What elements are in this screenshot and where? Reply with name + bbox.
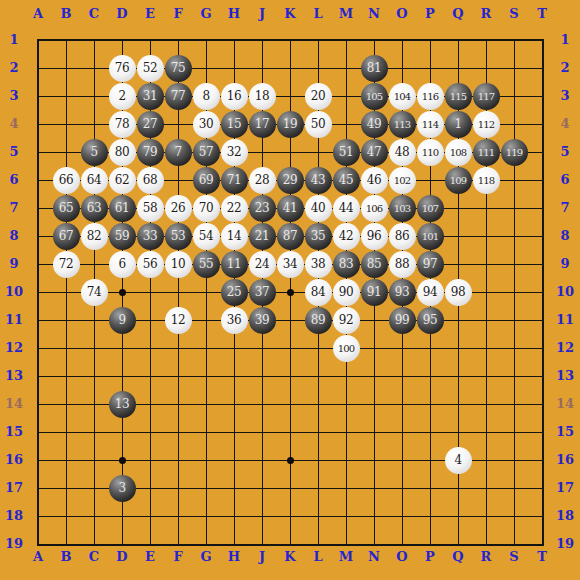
move-number: 104 — [394, 91, 411, 102]
white-stone-14[interactable]: 14 — [221, 223, 248, 250]
white-stone-100[interactable]: 100 — [333, 335, 360, 362]
white-stone-28[interactable]: 28 — [249, 167, 276, 194]
black-stone-101[interactable]: 101 — [417, 223, 444, 250]
white-stone-118[interactable]: 118 — [473, 167, 500, 194]
black-stone-69[interactable]: 69 — [193, 167, 220, 194]
black-stone-113[interactable]: 113 — [389, 111, 416, 138]
white-stone-68[interactable]: 68 — [137, 167, 164, 194]
move-number: 19 — [283, 117, 297, 131]
white-stone-116[interactable]: 116 — [417, 83, 444, 110]
move-number: 109 — [450, 175, 467, 186]
col-label-top-L: L — [304, 6, 332, 22]
black-stone-25[interactable]: 25 — [221, 279, 248, 306]
black-stone-9[interactable]: 9 — [109, 307, 136, 334]
move-number: 15 — [227, 117, 241, 131]
move-number: 89 — [311, 313, 325, 327]
row-label-right-19: 19 — [553, 536, 577, 552]
col-label-bottom-C: C — [80, 549, 108, 565]
row-label-right-6: 6 — [553, 172, 577, 188]
white-stone-114[interactable]: 114 — [417, 111, 444, 138]
row-label-left-13: 13 — [2, 368, 26, 384]
black-stone-13[interactable]: 13 — [109, 391, 136, 418]
white-stone-106[interactable]: 106 — [361, 195, 388, 222]
col-label-bottom-S: S — [500, 549, 528, 565]
black-stone-51[interactable]: 51 — [333, 139, 360, 166]
black-stone-87[interactable]: 87 — [277, 223, 304, 250]
col-label-bottom-T: T — [528, 549, 556, 565]
black-stone-11[interactable]: 11 — [221, 251, 248, 278]
black-stone-63[interactable]: 63 — [81, 195, 108, 222]
col-label-bottom-O: O — [388, 549, 416, 565]
black-stone-117[interactable]: 117 — [473, 83, 500, 110]
black-stone-37[interactable]: 37 — [249, 279, 276, 306]
white-stone-46[interactable]: 46 — [361, 167, 388, 194]
black-stone-21[interactable]: 21 — [249, 223, 276, 250]
row-label-left-8: 8 — [2, 228, 26, 244]
row-label-right-17: 17 — [553, 480, 577, 496]
white-stone-10[interactable]: 10 — [165, 251, 192, 278]
row-label-right-7: 7 — [553, 200, 577, 216]
move-number: 66 — [59, 173, 73, 187]
white-stone-38[interactable]: 38 — [305, 251, 332, 278]
col-label-top-D: D — [108, 6, 136, 22]
move-number: 74 — [87, 285, 101, 299]
move-number: 110 — [422, 147, 439, 158]
white-stone-84[interactable]: 84 — [305, 279, 332, 306]
white-stone-102[interactable]: 102 — [389, 167, 416, 194]
black-stone-103[interactable]: 103 — [389, 195, 416, 222]
white-stone-56[interactable]: 56 — [137, 251, 164, 278]
move-number: 64 — [87, 173, 101, 187]
row-label-left-18: 18 — [2, 508, 26, 524]
black-stone-109[interactable]: 109 — [445, 167, 472, 194]
move-number: 112 — [478, 119, 495, 130]
black-stone-77[interactable]: 77 — [165, 83, 192, 110]
move-number: 13 — [115, 397, 129, 411]
row-label-left-5: 5 — [2, 144, 26, 160]
row-label-right-5: 5 — [553, 144, 577, 160]
black-stone-91[interactable]: 91 — [361, 279, 388, 306]
black-stone-93[interactable]: 93 — [389, 279, 416, 306]
move-number: 6 — [118, 257, 125, 271]
black-stone-15[interactable]: 15 — [221, 111, 248, 138]
move-number: 116 — [422, 91, 439, 102]
move-number: 27 — [143, 117, 157, 131]
move-number: 68 — [143, 173, 157, 187]
move-number: 49 — [367, 117, 381, 131]
row-label-right-2: 2 — [553, 60, 577, 76]
white-stone-18[interactable]: 18 — [249, 83, 276, 110]
white-stone-54[interactable]: 54 — [193, 223, 220, 250]
col-label-bottom-D: D — [108, 549, 136, 565]
black-stone-75[interactable]: 75 — [165, 55, 192, 82]
move-number: 44 — [339, 201, 353, 215]
black-stone-89[interactable]: 89 — [305, 307, 332, 334]
white-stone-6[interactable]: 6 — [109, 251, 136, 278]
row-label-left-6: 6 — [2, 172, 26, 188]
row-label-left-7: 7 — [2, 200, 26, 216]
row-label-right-15: 15 — [553, 424, 577, 440]
move-number: 22 — [227, 201, 241, 215]
move-number: 111 — [478, 147, 495, 158]
white-stone-94[interactable]: 94 — [417, 279, 444, 306]
move-number: 52 — [143, 61, 157, 75]
move-number: 79 — [143, 145, 157, 159]
move-number: 45 — [339, 173, 353, 187]
row-label-left-10: 10 — [2, 284, 26, 300]
row-label-right-1: 1 — [553, 32, 577, 48]
move-number: 72 — [59, 257, 73, 271]
move-number: 105 — [366, 91, 383, 102]
row-label-left-2: 2 — [2, 60, 26, 76]
move-number: 17 — [255, 117, 269, 131]
move-number: 88 — [395, 257, 409, 271]
move-number: 78 — [115, 117, 129, 131]
move-number: 92 — [339, 313, 353, 327]
white-stone-16[interactable]: 16 — [221, 83, 248, 110]
move-number: 114 — [422, 119, 439, 130]
move-number: 77 — [171, 89, 185, 103]
white-stone-20[interactable]: 20 — [305, 83, 332, 110]
white-stone-58[interactable]: 58 — [137, 195, 164, 222]
move-number: 30 — [199, 117, 213, 131]
row-label-right-3: 3 — [553, 88, 577, 104]
black-stone-31[interactable]: 31 — [137, 83, 164, 110]
col-label-top-M: M — [332, 6, 360, 22]
white-stone-86[interactable]: 86 — [389, 223, 416, 250]
white-stone-76[interactable]: 76 — [109, 55, 136, 82]
move-number: 20 — [311, 89, 325, 103]
black-stone-105[interactable]: 105 — [361, 83, 388, 110]
move-number: 21 — [255, 229, 269, 243]
move-number: 3 — [118, 481, 125, 495]
move-number: 61 — [115, 201, 129, 215]
col-label-bottom-R: R — [472, 549, 500, 565]
move-number: 40 — [311, 201, 325, 215]
white-stone-66[interactable]: 66 — [53, 167, 80, 194]
move-number: 87 — [283, 229, 297, 243]
move-number: 86 — [395, 229, 409, 243]
black-stone-95[interactable]: 95 — [417, 307, 444, 334]
row-label-right-11: 11 — [553, 312, 577, 328]
move-number: 95 — [423, 313, 437, 327]
move-number: 91 — [367, 285, 381, 299]
row-label-right-14: 14 — [553, 396, 577, 412]
white-stone-44[interactable]: 44 — [333, 195, 360, 222]
black-stone-35[interactable]: 35 — [305, 223, 332, 250]
move-number: 63 — [87, 201, 101, 215]
move-number: 38 — [311, 257, 325, 271]
move-number: 75 — [171, 61, 185, 75]
white-stone-2[interactable]: 2 — [109, 83, 136, 110]
white-stone-30[interactable]: 30 — [193, 111, 220, 138]
white-stone-88[interactable]: 88 — [389, 251, 416, 278]
move-number: 28 — [255, 173, 269, 187]
black-stone-97[interactable]: 97 — [417, 251, 444, 278]
col-label-top-E: E — [136, 6, 164, 22]
move-number: 10 — [171, 257, 185, 271]
black-stone-49[interactable]: 49 — [361, 111, 388, 138]
white-stone-12[interactable]: 12 — [165, 307, 192, 334]
move-number: 67 — [59, 229, 73, 243]
row-label-right-16: 16 — [553, 452, 577, 468]
black-stone-29[interactable]: 29 — [277, 167, 304, 194]
white-stone-92[interactable]: 92 — [333, 307, 360, 334]
move-number: 12 — [171, 313, 185, 327]
col-label-bottom-F: F — [164, 549, 192, 565]
move-number: 31 — [143, 89, 157, 103]
black-stone-119[interactable]: 119 — [501, 139, 528, 166]
black-stone-61[interactable]: 61 — [109, 195, 136, 222]
black-stone-99[interactable]: 99 — [389, 307, 416, 334]
white-stone-24[interactable]: 24 — [249, 251, 276, 278]
move-number: 4 — [454, 453, 461, 467]
white-stone-112[interactable]: 112 — [473, 111, 500, 138]
black-stone-39[interactable]: 39 — [249, 307, 276, 334]
move-number: 100 — [338, 343, 355, 354]
black-stone-19[interactable]: 19 — [277, 111, 304, 138]
black-stone-5[interactable]: 5 — [81, 139, 108, 166]
col-label-bottom-G: G — [192, 549, 220, 565]
white-stone-96[interactable]: 96 — [361, 223, 388, 250]
white-stone-4[interactable]: 4 — [445, 447, 472, 474]
move-number: 108 — [450, 147, 467, 158]
row-label-left-16: 16 — [2, 452, 26, 468]
move-number: 65 — [59, 201, 73, 215]
col-label-bottom-B: B — [52, 549, 80, 565]
move-number: 119 — [506, 147, 523, 158]
white-stone-90[interactable]: 90 — [333, 279, 360, 306]
black-stone-107[interactable]: 107 — [417, 195, 444, 222]
col-label-bottom-P: P — [416, 549, 444, 565]
move-number: 115 — [450, 91, 467, 102]
move-number: 36 — [227, 313, 241, 327]
white-stone-62[interactable]: 62 — [109, 167, 136, 194]
move-number: 23 — [255, 201, 269, 215]
white-stone-98[interactable]: 98 — [445, 279, 472, 306]
white-stone-52[interactable]: 52 — [137, 55, 164, 82]
move-number: 24 — [255, 257, 269, 271]
black-stone-23[interactable]: 23 — [249, 195, 276, 222]
white-stone-50[interactable]: 50 — [305, 111, 332, 138]
black-stone-17[interactable]: 17 — [249, 111, 276, 138]
white-stone-104[interactable]: 104 — [389, 83, 416, 110]
move-number: 11 — [227, 257, 241, 271]
col-label-top-O: O — [388, 6, 416, 22]
go-board[interactable]: AABBCCDDEEFFGGHHJJKKLLMMNNOOPPQQRRSSTT11… — [0, 0, 580, 580]
row-label-right-4: 4 — [553, 116, 577, 132]
move-number: 99 — [395, 313, 409, 327]
black-stone-57[interactable]: 57 — [193, 139, 220, 166]
white-stone-34[interactable]: 34 — [277, 251, 304, 278]
col-label-bottom-E: E — [136, 549, 164, 565]
col-label-bottom-K: K — [276, 549, 304, 565]
col-label-top-A: A — [24, 6, 52, 22]
col-label-top-Q: Q — [444, 6, 472, 22]
black-stone-65[interactable]: 65 — [53, 195, 80, 222]
black-stone-27[interactable]: 27 — [137, 111, 164, 138]
white-stone-110[interactable]: 110 — [417, 139, 444, 166]
black-stone-115[interactable]: 115 — [445, 83, 472, 110]
col-label-top-N: N — [360, 6, 388, 22]
move-number: 118 — [478, 175, 495, 186]
move-number: 102 — [394, 175, 411, 186]
black-stone-41[interactable]: 41 — [277, 195, 304, 222]
move-number: 51 — [339, 145, 353, 159]
row-label-right-10: 10 — [553, 284, 577, 300]
move-number: 97 — [423, 257, 437, 271]
move-number: 26 — [171, 201, 185, 215]
white-stone-32[interactable]: 32 — [221, 139, 248, 166]
black-stone-79[interactable]: 79 — [137, 139, 164, 166]
move-number: 5 — [90, 145, 97, 159]
col-label-bottom-L: L — [304, 549, 332, 565]
col-label-top-P: P — [416, 6, 444, 22]
white-stone-78[interactable]: 78 — [109, 111, 136, 138]
white-stone-74[interactable]: 74 — [81, 279, 108, 306]
move-number: 14 — [227, 229, 241, 243]
row-label-left-4: 4 — [2, 116, 26, 132]
white-stone-8[interactable]: 8 — [193, 83, 220, 110]
col-label-top-B: B — [52, 6, 80, 22]
white-stone-26[interactable]: 26 — [165, 195, 192, 222]
move-number: 1 — [454, 117, 461, 131]
move-number: 80 — [115, 145, 129, 159]
move-number: 39 — [255, 313, 269, 327]
row-label-left-3: 3 — [2, 88, 26, 104]
row-label-right-13: 13 — [553, 368, 577, 384]
black-stone-55[interactable]: 55 — [193, 251, 220, 278]
black-stone-111[interactable]: 111 — [473, 139, 500, 166]
row-label-right-8: 8 — [553, 228, 577, 244]
move-number: 98 — [451, 285, 465, 299]
move-number: 50 — [311, 117, 325, 131]
move-number: 42 — [339, 229, 353, 243]
col-label-top-G: G — [192, 6, 220, 22]
move-number: 70 — [199, 201, 213, 215]
black-stone-45[interactable]: 45 — [333, 167, 360, 194]
black-stone-71[interactable]: 71 — [221, 167, 248, 194]
col-label-top-K: K — [276, 6, 304, 22]
col-label-top-S: S — [500, 6, 528, 22]
white-stone-48[interactable]: 48 — [389, 139, 416, 166]
white-stone-80[interactable]: 80 — [109, 139, 136, 166]
row-label-left-19: 19 — [2, 536, 26, 552]
white-stone-72[interactable]: 72 — [53, 251, 80, 278]
move-number: 53 — [171, 229, 185, 243]
move-number: 83 — [339, 257, 353, 271]
move-number: 47 — [367, 145, 381, 159]
col-label-bottom-H: H — [220, 549, 248, 565]
move-number: 103 — [394, 203, 411, 214]
row-label-left-12: 12 — [2, 340, 26, 356]
move-number: 37 — [255, 285, 269, 299]
move-number: 93 — [395, 285, 409, 299]
col-label-top-J: J — [248, 6, 276, 22]
move-number: 9 — [118, 313, 125, 327]
black-stone-3[interactable]: 3 — [109, 475, 136, 502]
col-label-bottom-M: M — [332, 549, 360, 565]
white-stone-40[interactable]: 40 — [305, 195, 332, 222]
black-stone-83[interactable]: 83 — [333, 251, 360, 278]
black-stone-43[interactable]: 43 — [305, 167, 332, 194]
black-stone-81[interactable]: 81 — [361, 55, 388, 82]
move-number: 46 — [367, 173, 381, 187]
row-label-right-18: 18 — [553, 508, 577, 524]
row-label-left-14: 14 — [2, 396, 26, 412]
col-label-top-T: T — [528, 6, 556, 22]
move-number: 81 — [367, 61, 381, 75]
white-stone-22[interactable]: 22 — [221, 195, 248, 222]
black-stone-53[interactable]: 53 — [165, 223, 192, 250]
row-label-right-12: 12 — [553, 340, 577, 356]
move-number: 59 — [115, 229, 129, 243]
move-number: 101 — [422, 231, 439, 242]
black-stone-47[interactable]: 47 — [361, 139, 388, 166]
white-stone-36[interactable]: 36 — [221, 307, 248, 334]
row-label-right-9: 9 — [553, 256, 577, 272]
col-label-bottom-Q: Q — [444, 549, 472, 565]
black-stone-7[interactable]: 7 — [165, 139, 192, 166]
col-label-bottom-J: J — [248, 549, 276, 565]
move-number: 85 — [367, 257, 381, 271]
black-stone-59[interactable]: 59 — [109, 223, 136, 250]
black-stone-33[interactable]: 33 — [137, 223, 164, 250]
white-stone-70[interactable]: 70 — [193, 195, 220, 222]
move-number: 57 — [199, 145, 213, 159]
row-label-left-17: 17 — [2, 480, 26, 496]
white-stone-42[interactable]: 42 — [333, 223, 360, 250]
black-stone-1[interactable]: 1 — [445, 111, 472, 138]
col-label-bottom-A: A — [24, 549, 52, 565]
move-number: 29 — [283, 173, 297, 187]
move-number: 90 — [339, 285, 353, 299]
col-label-top-F: F — [164, 6, 192, 22]
move-number: 76 — [115, 61, 129, 75]
white-stone-64[interactable]: 64 — [81, 167, 108, 194]
black-stone-85[interactable]: 85 — [361, 251, 388, 278]
move-number: 56 — [143, 257, 157, 271]
row-label-left-1: 1 — [2, 32, 26, 48]
move-number: 18 — [255, 89, 269, 103]
move-number: 54 — [199, 229, 213, 243]
move-number: 62 — [115, 173, 129, 187]
move-number: 16 — [227, 89, 241, 103]
move-number: 84 — [311, 285, 325, 299]
move-number: 106 — [366, 203, 383, 214]
move-number: 8 — [202, 89, 209, 103]
move-number: 82 — [87, 229, 101, 243]
star-point — [119, 457, 126, 464]
move-number: 43 — [311, 173, 325, 187]
move-number: 25 — [227, 285, 241, 299]
star-point — [119, 289, 126, 296]
white-stone-82[interactable]: 82 — [81, 223, 108, 250]
move-number: 33 — [143, 229, 157, 243]
move-number: 48 — [395, 145, 409, 159]
col-label-bottom-N: N — [360, 549, 388, 565]
row-label-left-11: 11 — [2, 312, 26, 328]
move-number: 7 — [174, 145, 181, 159]
white-stone-108[interactable]: 108 — [445, 139, 472, 166]
black-stone-67[interactable]: 67 — [53, 223, 80, 250]
row-label-left-9: 9 — [2, 256, 26, 272]
col-label-top-C: C — [80, 6, 108, 22]
star-point — [287, 457, 294, 464]
move-number: 69 — [199, 173, 213, 187]
move-number: 55 — [199, 257, 213, 271]
move-number: 94 — [423, 285, 437, 299]
